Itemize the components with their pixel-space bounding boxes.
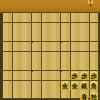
board-piece-pawn-1g[interactable]: 歩 xyxy=(80,71,89,80)
star-point-top-left xyxy=(31,41,33,43)
app-top-bar: 歩 1 xyxy=(0,0,100,13)
sente-hand-piece-bishop[interactable]: 角 xyxy=(89,81,98,90)
board-piece-gold-2h[interactable]: 金 xyxy=(70,81,79,90)
star-point-bottom-right xyxy=(60,70,62,72)
star-point-top-right xyxy=(60,41,62,43)
sente-hand-piece-pawn[interactable]: 歩 xyxy=(89,71,98,80)
star-point-bottom-left xyxy=(31,70,33,72)
board-piece-silver-1h[interactable]: 銀 xyxy=(80,81,89,90)
board-piece-pawn-2g[interactable]: 歩 xyxy=(70,71,79,80)
shogi-app-screen: 歩 1 歩歩金金銀香歩角桂 xyxy=(0,0,100,100)
gote-captured-pawn-count: 1 xyxy=(89,3,92,7)
board-piece-gold-3h[interactable]: 金 xyxy=(60,81,69,90)
